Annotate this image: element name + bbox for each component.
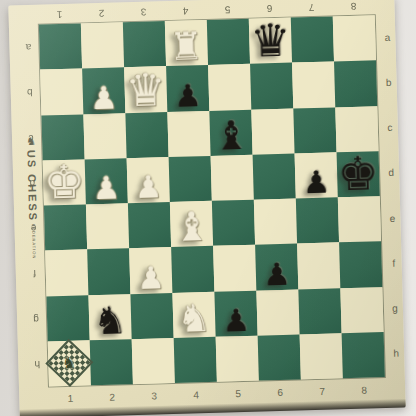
square-g8[interactable] bbox=[340, 287, 383, 333]
square-h7[interactable] bbox=[300, 333, 343, 379]
square-g3[interactable] bbox=[130, 292, 173, 338]
square-f6[interactable]: ♟ bbox=[255, 244, 298, 290]
square-b1[interactable] bbox=[40, 69, 83, 115]
square-f1[interactable] bbox=[45, 250, 88, 296]
square-f5[interactable] bbox=[213, 245, 256, 291]
file-label-right-h: h bbox=[389, 331, 404, 377]
square-c6[interactable] bbox=[251, 108, 294, 154]
white-pawn-f3[interactable]: ♟ bbox=[137, 262, 166, 294]
square-a2[interactable] bbox=[81, 22, 124, 68]
square-d4[interactable] bbox=[169, 156, 212, 202]
rank-label-top-2: 2 bbox=[80, 5, 122, 20]
square-c3[interactable] bbox=[125, 112, 168, 158]
file-label-right-e: e bbox=[385, 196, 400, 242]
square-f4[interactable] bbox=[171, 246, 214, 292]
square-f3[interactable]: ♟ bbox=[129, 247, 172, 293]
rank-label-top-5: 5 bbox=[206, 2, 248, 17]
square-h4[interactable] bbox=[174, 337, 217, 383]
square-d6[interactable] bbox=[253, 153, 296, 199]
rank-label-top-3: 3 bbox=[122, 4, 164, 19]
square-b3[interactable]: ♛ bbox=[124, 66, 167, 112]
white-pawn-d2[interactable]: ♟ bbox=[92, 172, 121, 204]
square-b8[interactable] bbox=[334, 60, 377, 106]
square-e6[interactable] bbox=[254, 199, 297, 245]
file-label-left-a: a bbox=[21, 25, 36, 71]
rank-label-bottom-8: 8 bbox=[343, 383, 385, 398]
square-a4[interactable]: ♜ bbox=[165, 20, 208, 66]
white-knight-g4[interactable]: ♞ bbox=[177, 299, 212, 338]
white-pawn-b2[interactable]: ♟ bbox=[90, 82, 119, 114]
square-c5[interactable]: ♝ bbox=[209, 109, 252, 155]
square-b7[interactable] bbox=[292, 62, 335, 108]
white-bishop-e4[interactable]: ♝ bbox=[173, 206, 210, 247]
square-g6[interactable] bbox=[256, 289, 299, 335]
knight-mark-icon: ♞ bbox=[26, 135, 36, 148]
square-b6[interactable] bbox=[250, 63, 293, 109]
file-label-left-h: h bbox=[30, 341, 45, 387]
rank-label-top-1: 1 bbox=[38, 6, 80, 21]
square-a6[interactable]: ♛ bbox=[249, 18, 292, 64]
federation-subtitle: FEDERATION bbox=[31, 224, 37, 260]
black-queen-a6[interactable]: ♛ bbox=[250, 18, 292, 64]
federation-name: US CHESS bbox=[25, 150, 39, 223]
rank-label-bottom-6: 6 bbox=[259, 385, 301, 400]
rank-label-top-8: 8 bbox=[332, 0, 374, 13]
black-knight-g2[interactable]: ♞ bbox=[93, 301, 128, 340]
diamond-checker-icon: ♞ bbox=[45, 339, 93, 387]
file-label-right-b: b bbox=[381, 60, 396, 106]
square-e5[interactable] bbox=[212, 200, 255, 246]
rank-label-bottom-5: 5 bbox=[217, 387, 259, 402]
square-h1[interactable]: ♞ bbox=[48, 340, 91, 386]
square-c4[interactable] bbox=[167, 110, 210, 156]
square-g1[interactable] bbox=[46, 295, 89, 341]
square-c7[interactable] bbox=[293, 107, 336, 153]
rank-label-top-7: 7 bbox=[290, 0, 332, 15]
white-pawn-d3[interactable]: ♟ bbox=[134, 171, 163, 203]
square-d8[interactable]: ♚ bbox=[337, 151, 380, 197]
square-b5[interactable] bbox=[208, 64, 251, 110]
square-c2[interactable] bbox=[83, 113, 126, 159]
square-e1[interactable] bbox=[44, 204, 87, 250]
black-pawn-b4[interactable]: ♟ bbox=[174, 80, 203, 112]
square-f8[interactable] bbox=[339, 241, 382, 287]
us-chess-federation-branding: ♞ US CHESS FEDERATION bbox=[21, 135, 44, 260]
square-a8[interactable] bbox=[333, 15, 376, 61]
rank-label-bottom-1: 1 bbox=[49, 391, 91, 406]
square-e2[interactable] bbox=[86, 203, 129, 249]
vinyl-chess-mat: 12345678 12345678 abcdefgh abcdefgh ♞ US… bbox=[8, 0, 405, 416]
white-king-d1[interactable]: ♚ bbox=[43, 158, 86, 205]
square-h2[interactable] bbox=[90, 339, 133, 385]
rank-label-bottom-4: 4 bbox=[175, 388, 217, 403]
square-g5[interactable]: ♟ bbox=[214, 290, 257, 336]
white-queen-b3[interactable]: ♛ bbox=[125, 67, 167, 113]
black-king-d8[interactable]: ♚ bbox=[337, 150, 380, 197]
square-e7[interactable] bbox=[296, 197, 339, 243]
square-b4[interactable]: ♟ bbox=[166, 65, 209, 111]
square-e8[interactable] bbox=[338, 196, 381, 242]
square-a1[interactable] bbox=[39, 23, 82, 69]
chess-board: ♜♛♟♛♟♝♚♟♟♟♚♝♟♟♞♞♟♞ bbox=[39, 15, 385, 386]
square-h8[interactable] bbox=[342, 332, 385, 378]
rank-label-top-4: 4 bbox=[164, 3, 206, 18]
rank-labels-bottom: 12345678 bbox=[49, 383, 385, 406]
square-d7[interactable]: ♟ bbox=[295, 152, 338, 198]
us-chess-diamond-logo: ♞ bbox=[48, 340, 91, 386]
logo-knight-icon: ♞ bbox=[62, 354, 76, 372]
square-h3[interactable] bbox=[132, 338, 175, 384]
file-label-right-a: a bbox=[380, 15, 395, 61]
square-d2[interactable]: ♟ bbox=[85, 158, 128, 204]
square-a7[interactable] bbox=[291, 16, 334, 62]
square-h5[interactable] bbox=[216, 335, 259, 381]
photo-of-chessboard: { "game": "chess", "scene": "overhead ph… bbox=[0, 0, 416, 416]
square-c1[interactable] bbox=[41, 114, 84, 160]
square-e4[interactable]: ♝ bbox=[170, 201, 213, 247]
square-g7[interactable] bbox=[298, 288, 341, 334]
square-a3[interactable] bbox=[123, 21, 166, 67]
square-d1[interactable]: ♚ bbox=[43, 159, 86, 205]
black-pawn-f6[interactable]: ♟ bbox=[263, 258, 292, 290]
black-pawn-g5[interactable]: ♟ bbox=[222, 305, 251, 337]
white-rook-a4[interactable]: ♜ bbox=[169, 27, 204, 66]
square-a5[interactable] bbox=[207, 19, 250, 65]
square-e3[interactable] bbox=[128, 202, 171, 248]
file-label-right-c: c bbox=[382, 105, 397, 151]
square-h6[interactable] bbox=[258, 334, 301, 380]
square-d3[interactable]: ♟ bbox=[127, 157, 170, 203]
black-bishop-c5[interactable]: ♝ bbox=[213, 115, 250, 156]
rank-label-bottom-7: 7 bbox=[301, 384, 343, 399]
file-label-right-f: f bbox=[386, 241, 401, 287]
file-label-left-b: b bbox=[22, 70, 37, 116]
rank-label-bottom-3: 3 bbox=[133, 389, 175, 404]
square-f2[interactable] bbox=[87, 248, 130, 294]
square-c8[interactable] bbox=[335, 106, 378, 152]
square-b2[interactable]: ♟ bbox=[82, 68, 125, 114]
square-f7[interactable] bbox=[297, 243, 340, 289]
black-pawn-d7[interactable]: ♟ bbox=[302, 167, 331, 199]
file-label-right-g: g bbox=[387, 286, 402, 332]
file-label-right-d: d bbox=[384, 150, 399, 196]
square-g4[interactable]: ♞ bbox=[172, 291, 215, 337]
rank-label-bottom-2: 2 bbox=[91, 390, 133, 405]
square-g2[interactable]: ♞ bbox=[88, 294, 131, 340]
file-label-left-g: g bbox=[28, 296, 43, 342]
square-d5[interactable] bbox=[211, 154, 254, 200]
